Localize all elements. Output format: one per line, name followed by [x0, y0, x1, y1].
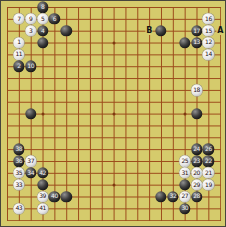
- point-label-B: B: [146, 27, 153, 35]
- point-label-A: A: [217, 27, 224, 35]
- star-point: [183, 112, 186, 115]
- star-point: [112, 183, 115, 186]
- star-point: [112, 41, 115, 44]
- go-board[interactable]: 8795616341715113121114210183824263637252…: [0, 0, 226, 227]
- star-point: [112, 112, 115, 115]
- star-point: [41, 112, 44, 115]
